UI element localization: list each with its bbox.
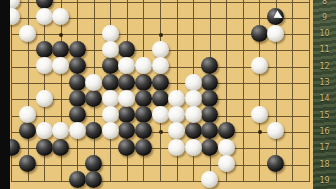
white-stone[interactable] [36,8,53,25]
row-label: 12 [313,63,336,71]
white-stone[interactable] [168,106,185,123]
white-stone[interactable] [267,122,284,139]
star-point [258,130,262,134]
row-label: 9 [313,14,336,22]
black-stone[interactable] [201,139,218,156]
star-point [59,33,63,37]
star-point [159,33,163,37]
go-board[interactable] [0,0,313,189]
black-stone[interactable] [201,90,218,107]
white-stone[interactable] [102,25,119,42]
white-stone[interactable] [201,171,218,188]
white-stone[interactable] [168,139,185,156]
grid-line-vertical [309,0,310,182]
left-letterbox-bar [0,0,10,189]
black-stone[interactable] [36,41,53,58]
black-stone[interactable] [69,41,86,58]
black-stone[interactable] [135,106,152,123]
row-coordinate-strip: 8910111213141516171819 [313,0,336,189]
black-stone[interactable] [69,106,86,123]
white-stone[interactable] [19,106,36,123]
white-stone[interactable] [152,106,169,123]
white-stone[interactable] [185,74,202,91]
black-stone[interactable] [19,122,36,139]
white-stone[interactable] [218,155,235,172]
white-stone[interactable] [251,57,268,74]
black-stone[interactable] [52,41,69,58]
white-stone[interactable] [52,122,69,139]
black-stone[interactable] [85,90,102,107]
black-stone[interactable] [85,122,102,139]
white-stone[interactable] [152,57,169,74]
black-stone[interactable] [85,171,102,188]
white-stone[interactable] [102,90,119,107]
row-label: 18 [313,161,336,169]
black-stone[interactable] [135,90,152,107]
row-label: 17 [313,144,336,152]
row-label: 10 [313,30,336,38]
black-stone[interactable] [69,57,86,74]
black-stone[interactable] [118,41,135,58]
white-stone[interactable] [102,122,119,139]
black-stone[interactable] [19,155,36,172]
white-stone[interactable] [218,139,235,156]
black-stone[interactable] [152,90,169,107]
black-stone[interactable] [118,139,135,156]
white-stone[interactable] [36,90,53,107]
row-label: 14 [313,95,336,103]
white-stone[interactable] [118,90,135,107]
white-stone[interactable] [185,139,202,156]
white-stone[interactable] [185,90,202,107]
white-stone[interactable] [267,25,284,42]
white-stone[interactable] [52,57,69,74]
black-stone[interactable] [102,74,119,91]
white-stone[interactable] [102,106,119,123]
white-stone[interactable] [52,8,69,25]
white-stone[interactable] [19,25,36,42]
black-stone[interactable] [52,139,69,156]
white-stone[interactable] [69,122,86,139]
white-stone[interactable] [85,74,102,91]
white-stone[interactable] [251,106,268,123]
black-stone[interactable] [135,139,152,156]
black-stone[interactable] [201,57,218,74]
black-stone[interactable] [118,106,135,123]
white-stone[interactable] [36,122,53,139]
white-stone[interactable] [118,57,135,74]
go-client-screen: 8910111213141516171819 [0,0,336,189]
star-point [159,130,163,134]
white-stone[interactable] [168,122,185,139]
row-label: 13 [313,79,336,87]
white-stone[interactable] [185,106,202,123]
black-stone[interactable] [102,57,119,74]
black-stone[interactable] [69,90,86,107]
row-label: 15 [313,112,336,120]
black-stone[interactable] [201,74,218,91]
black-stone[interactable] [36,139,53,156]
grid-line-horizontal [11,181,310,182]
white-stone[interactable] [168,90,185,107]
row-label: 16 [313,128,336,136]
grid-line-horizontal [11,2,310,3]
black-stone[interactable] [251,25,268,42]
white-stone[interactable] [135,57,152,74]
black-stone[interactable] [267,155,284,172]
black-stone[interactable] [85,155,102,172]
white-stone[interactable] [102,41,119,58]
white-stone[interactable] [36,57,53,74]
black-stone[interactable] [135,74,152,91]
grid-line-vertical [243,0,244,182]
black-stone[interactable] [185,122,202,139]
row-label: 19 [313,177,336,185]
row-label: 11 [313,46,336,54]
black-stone[interactable] [201,106,218,123]
black-stone[interactable] [118,74,135,91]
black-stone[interactable] [118,122,135,139]
black-stone[interactable] [218,122,235,139]
grid-line-horizontal [11,165,310,166]
grid-line-vertical [292,0,293,182]
black-stone[interactable] [69,171,86,188]
black-stone[interactable] [135,122,152,139]
black-stone[interactable] [69,74,86,91]
white-stone[interactable] [152,41,169,58]
row-label: 8 [313,0,336,6]
black-stone[interactable] [201,122,218,139]
black-stone[interactable] [152,74,169,91]
